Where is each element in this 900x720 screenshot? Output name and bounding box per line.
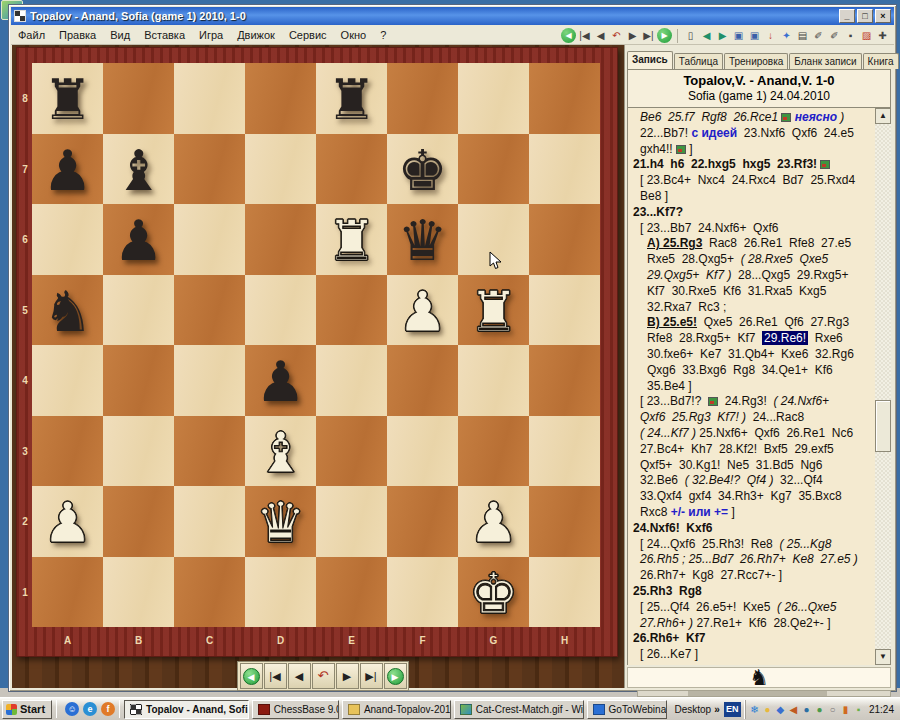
- move-text[interactable]: [ 23.Bc4+ Nxc4 24.Rxc4 Bd7 25.Rxd4: [640, 173, 855, 187]
- notation-line[interactable]: Rxe5 28.Qxg5+ ( 28.Rxe5 Qxe5: [633, 252, 873, 268]
- scroll-down-icon[interactable]: ▼: [875, 649, 891, 665]
- move-text[interactable]: [ 24...Qxf6 25.Rh3! Re8: [640, 537, 779, 551]
- piece-bb-b7[interactable]: ♝: [103, 134, 174, 205]
- toolbar-separator: [677, 29, 678, 43]
- move-text[interactable]: [ 23...Bb7 24.Nxf6+ Qxf6: [640, 221, 778, 235]
- notation-line[interactable]: A) 25.Rg3 Rac8 26.Re1 Rfe8 27.e5: [633, 236, 873, 252]
- piece-wp-a2[interactable]: ♟: [32, 486, 103, 557]
- notation-line[interactable]: 24.Nxf6! Kxf6: [633, 521, 873, 537]
- move-navigation-strip: ◀|◀◀↶▶▶|▶: [237, 661, 409, 691]
- square-h4[interactable]: [529, 345, 600, 416]
- game-header: Topalov,V. - Anand,V. 1-0 Sofia (game 1)…: [627, 69, 891, 108]
- square-g8[interactable]: [458, 63, 529, 134]
- move-text[interactable]: Rxc8: [640, 505, 671, 519]
- notation-line[interactable]: Be6 25.f7 Rgf8 26.Rce1 неясно ): [633, 110, 873, 126]
- rank-label-2: 2: [19, 516, 31, 527]
- browser-tray-icon[interactable]: ●: [814, 704, 825, 715]
- prev-game-icon: ◀: [243, 668, 260, 685]
- square-e1[interactable]: [316, 557, 387, 628]
- notation-line[interactable]: 26.Rh7+ Kg8 27.Rcc7+- ]: [633, 568, 873, 584]
- move-text[interactable]: ( 26...Qxe5: [777, 600, 836, 614]
- piece-bq-f6[interactable]: ♛: [387, 204, 458, 275]
- square-a1[interactable]: [32, 557, 103, 628]
- tab-Бланк записи[interactable]: Бланк записи: [789, 53, 861, 69]
- board-image-icon[interactable]: ▨: [859, 28, 874, 44]
- square-d1[interactable]: [245, 557, 316, 628]
- menu-?[interactable]: ?: [373, 27, 393, 43]
- square-b2[interactable]: [103, 486, 174, 557]
- next-game-button[interactable]: ▶: [384, 663, 407, 689]
- menu-Правка[interactable]: Правка: [52, 27, 103, 43]
- knight-logo-icon: ♞: [749, 665, 769, 690]
- rank-label-4: 4: [19, 375, 31, 386]
- square-h2[interactable]: [529, 486, 600, 557]
- notation-line[interactable]: 26.Rh6+ Kf7: [633, 631, 873, 647]
- square-c2[interactable]: [174, 486, 245, 557]
- move-text[interactable]: A) 25.Rg3: [647, 236, 702, 250]
- task-buttons: Topalov - Anand, Sofi...ChessBase 9.0Ana…: [124, 700, 670, 719]
- menu-items: ФайлПравкаВидВставкаИграДвижокСервисОкно…: [11, 27, 393, 43]
- move-text[interactable]: 27.Re1+ Kf6 28.Qe2+- ]: [693, 616, 830, 630]
- move-text[interactable]: ]: [686, 142, 693, 156]
- vertical-scrollbar[interactable]: ▲ ▼: [875, 108, 891, 665]
- square-e3[interactable]: [316, 416, 387, 487]
- square-b5[interactable]: [103, 275, 174, 346]
- windows-flag-icon: [6, 704, 17, 715]
- piece-bp-b6[interactable]: ♟: [103, 204, 174, 275]
- notation-line[interactable]: 30.fxe6+ Ke7 31.Qb4+ Kxe6 32.Rg6: [633, 347, 873, 363]
- notation-line[interactable]: ( 24...Kf7 ) 25.Nxf6+ Qxf6 26.Re1 Nc6: [633, 426, 873, 442]
- notation-line[interactable]: 22...Bb7! с идеей 23.Nxf6 Qxf6 24.e5: [633, 126, 873, 142]
- square-g7[interactable]: [458, 134, 529, 205]
- move-text[interactable]: 22...Bb7!: [640, 126, 691, 140]
- square-a4[interactable]: [32, 345, 103, 416]
- piece-bn-a5[interactable]: ♞: [32, 275, 103, 346]
- back-icon[interactable]: ◀: [593, 28, 608, 44]
- move-text[interactable]: 24.Nxf6! Kxf6: [633, 521, 712, 535]
- takeback-button[interactable]: ↶: [312, 663, 335, 689]
- move-text[interactable]: 24.Rg3!: [718, 394, 773, 408]
- players-result: Topalov,V. - Anand,V. 1-0: [628, 73, 890, 88]
- menu-Файл[interactable]: Файл: [11, 27, 52, 43]
- square-d8[interactable]: [245, 63, 316, 134]
- notation-line[interactable]: 35.Be4 ]: [633, 379, 873, 395]
- move-text[interactable]: 28...Qxg5 29.Rxg5+: [731, 268, 848, 282]
- move-text[interactable]: Rfe8 28.Rxg5+ Kf7: [647, 331, 762, 345]
- forward-arrow-icon[interactable]: ▶: [715, 28, 730, 44]
- move-text[interactable]: 25.Rh3 Rg8: [633, 584, 702, 598]
- file-label-A: A: [32, 635, 103, 646]
- notation-line[interactable]: 23...Kf7?: [633, 205, 873, 221]
- notation-line[interactable]: [ 23.Bc4+ Nxc4 24.Rxc4 Bd7 25.Rxd4: [633, 173, 873, 189]
- highlighted-move[interactable]: 29.Re6!: [762, 331, 808, 345]
- move-text[interactable]: 29.Qxg5+ Kf7 ): [647, 268, 731, 282]
- piece-br-e8[interactable]: ♜: [316, 63, 387, 134]
- move-text[interactable]: 24...Rac8: [746, 410, 804, 424]
- prev-game-icon[interactable]: ◀: [561, 28, 576, 43]
- start-label: Start: [20, 703, 45, 715]
- move-text[interactable]: [ 26...Ke7 ]: [640, 647, 698, 661]
- move-text[interactable]: B) 25.e5!: [647, 315, 697, 329]
- notation-line[interactable]: Qxg6 33.Bxg6 Rg8 34.Qe1+ Kf6: [633, 363, 873, 379]
- file-label-H: H: [529, 635, 600, 646]
- square-e2[interactable]: [316, 486, 387, 557]
- first-move-icon[interactable]: |◀: [577, 28, 592, 44]
- save-as-icon[interactable]: ▣: [747, 28, 762, 44]
- notation-line[interactable]: 27.Bc4+ Kh7 28.Kf2! Bxf5 29.exf5: [633, 442, 873, 458]
- square-b1[interactable]: [103, 557, 174, 628]
- takeback-icon[interactable]: ↶: [609, 28, 624, 44]
- system-tray: ❄●◆◀●●○▮▪: [745, 700, 867, 719]
- tab-Книга[interactable]: Книга: [863, 53, 899, 69]
- notation-line[interactable]: 27.Rh6+ ) 27.Re1+ Kf6 28.Qe2+- ]: [633, 616, 873, 632]
- forward-icon[interactable]: ▶: [625, 28, 640, 44]
- chevron-icon[interactable]: »: [714, 704, 720, 715]
- square-h6[interactable]: [529, 204, 600, 275]
- toolbar: ◀|◀◀↶▶▶|▶▯◀▶▣▣↓✦▤✐✐▪▨✚: [561, 26, 890, 45]
- menu-Окно[interactable]: Окно: [334, 27, 374, 43]
- piece-wk-g1[interactable]: ♚: [458, 557, 529, 628]
- pencil-icon[interactable]: ✐: [811, 28, 826, 44]
- panel-tabs: ЗаписьТаблицаТренировкаБланк записиКнига…: [627, 51, 891, 69]
- move-text[interactable]: gxh4!!: [640, 142, 676, 156]
- square-b8[interactable]: [103, 63, 174, 134]
- camera-icon[interactable]: ▪: [843, 28, 858, 44]
- move-text[interactable]: 30.fxe6+ Ke7 31.Qb4+ Kxe6 32.Rg6: [647, 347, 854, 361]
- move-text[interactable]: 26.Rh5 ; 25...Bd7 26.Rh7+ Ke8 27.e5 ): [640, 552, 858, 566]
- notation-line[interactable]: 29.Qxg5+ Kf7 ) 28...Qxg5 29.Rxg5+: [633, 268, 873, 284]
- menu-Вставка[interactable]: Вставка: [137, 27, 192, 43]
- board-frame: ♜♜♟♝♚♟♜♛♞♟♜♟♝♟♛♟♚ 87654321 ABCDEFGH: [16, 47, 618, 657]
- rank-label-7: 7: [19, 164, 31, 175]
- move-text[interactable]: Qxf6 25.Rg3 Kf7! ): [640, 410, 746, 424]
- square-f8[interactable]: [387, 63, 458, 134]
- network-tray-icon[interactable]: ◆: [775, 704, 786, 715]
- desktop-label: Desktop: [674, 704, 711, 715]
- move-text[interactable]: [ 25...Qf4 26.e5+! Kxe5: [640, 600, 777, 614]
- notation-line[interactable]: [ 26...Ke7 ]: [633, 647, 873, 663]
- move-text[interactable]: Rac8 26.Re1 Rfe8 27.e5: [702, 236, 851, 250]
- square-h1[interactable]: [529, 557, 600, 628]
- notation-line[interactable]: 25.Rh3 Rg8: [633, 584, 873, 600]
- square-c5[interactable]: [174, 275, 245, 346]
- window-title: Topalov - Anand, Sofia (game 1) 2010, 1-…: [30, 10, 837, 22]
- task-label: Cat-Crest-Match.gif - Wi...: [476, 704, 584, 715]
- snowflake-tray-icon[interactable]: ❄: [749, 704, 760, 715]
- menu-Вид[interactable]: Вид: [103, 27, 137, 43]
- move-text[interactable]: ( 25...Kg8: [779, 537, 831, 551]
- add-plus-icon[interactable]: ✚: [875, 28, 890, 44]
- horizontal-scrollbar[interactable]: [637, 690, 891, 697]
- square-d5[interactable]: [245, 275, 316, 346]
- firefox-icon[interactable]: f: [101, 702, 115, 716]
- messenger-icon[interactable]: ☺: [65, 702, 79, 716]
- scrollbar-thumb[interactable]: [875, 400, 891, 452]
- square-h3[interactable]: [529, 416, 600, 487]
- update-tray-icon[interactable]: ▪: [853, 704, 864, 715]
- menu-Движок[interactable]: Движок: [230, 27, 282, 43]
- notation-text[interactable]: Be6 25.f7 Rgf8 26.Rce1 неясно )22...Bb7!…: [627, 108, 875, 665]
- notation-line[interactable]: B) 25.e5! Qxe5 26.Re1 Qf6 27.Rg3: [633, 315, 873, 331]
- square-c4[interactable]: [174, 345, 245, 416]
- properties-icon[interactable]: ▤: [795, 28, 810, 44]
- piece-wp-g2[interactable]: ♟: [458, 486, 529, 557]
- notation-line[interactable]: Rxc8 +/- или += ]: [633, 505, 873, 521]
- square-b4[interactable]: [103, 345, 174, 416]
- first-move-button[interactable]: |◀: [264, 663, 287, 689]
- notation-line[interactable]: gxh4!! ]: [633, 142, 873, 158]
- forward-button[interactable]: ▶: [336, 663, 359, 689]
- file-label-D: D: [245, 635, 316, 646]
- square-c3[interactable]: [174, 416, 245, 487]
- next-game-icon[interactable]: ▶: [657, 28, 672, 43]
- move-text[interactable]: +/- или +=: [671, 505, 728, 519]
- move-text[interactable]: 35.Be4 ]: [647, 379, 692, 393]
- move-text[interactable]: Rxe6: [808, 331, 843, 345]
- notation-line[interactable]: [ 24...Qxf6 25.Rh3! Re8 ( 25...Kg8: [633, 537, 873, 553]
- minimize-button[interactable]: _: [839, 9, 855, 23]
- square-d7[interactable]: [245, 134, 316, 205]
- file-label-E: E: [316, 635, 387, 646]
- move-text[interactable]: 27.Rh6+ ): [640, 616, 693, 630]
- engine-icon[interactable]: ✦: [779, 28, 794, 44]
- start-button[interactable]: Start: [2, 700, 52, 719]
- language-indicator[interactable]: EN: [724, 702, 741, 717]
- move-text[interactable]: 32.Be6: [640, 473, 685, 487]
- notation-line[interactable]: [ 23...Bd7!? 24.Rg3! ( 24.Nxf6+: [633, 394, 873, 410]
- piece-wb-d3[interactable]: ♝: [245, 416, 316, 487]
- square-g3[interactable]: [458, 416, 529, 487]
- move-text[interactable]: 26.Rh7+ Kg8 27.Rcc7+- ]: [640, 568, 782, 582]
- back-button[interactable]: ◀: [288, 663, 311, 689]
- tab-Тренировка[interactable]: Тренировка: [724, 53, 788, 69]
- move-text[interactable]: Kf7 30.Rxe5 Kf6 31.Rxa5 Kxg5: [647, 284, 826, 298]
- move-text[interactable]: 21.h4 h6 22.hxg5 hxg5 23.Rf3!: [633, 157, 820, 171]
- maximize-button[interactable]: □: [857, 9, 873, 23]
- quick-launch: ☺ef: [61, 702, 115, 716]
- taskbar: Start ☺ef Topalov - Anand, Sofi...ChessB…: [0, 697, 900, 720]
- move-text[interactable]: 25.Nxf6+ Qxf6 26.Re1 Nc6: [696, 426, 853, 440]
- square-e7[interactable]: [316, 134, 387, 205]
- tab-Таблица[interactable]: Таблица: [674, 53, 723, 69]
- add-moves-icon[interactable]: ↓: [763, 28, 778, 44]
- piece-wq-d2[interactable]: ♛: [245, 486, 316, 557]
- chessbase-window: Topalov - Anand, Sofia (game 1) 2010, 1-…: [8, 4, 897, 692]
- back-arrow-icon[interactable]: ◀: [699, 28, 714, 44]
- diagram-marker-icon: [820, 160, 830, 169]
- notation-panel: ЗаписьТаблицаТренировкаБланк записиКнига…: [624, 45, 893, 688]
- scroll-up-icon[interactable]: ▲: [875, 108, 891, 124]
- prev-game-button[interactable]: ◀: [240, 663, 263, 689]
- rank-label-5: 5: [19, 305, 31, 316]
- task-label: Anand-Topalov-2010: [364, 704, 451, 715]
- file-label-B: B: [103, 635, 174, 646]
- move-text[interactable]: Qxe5 26.Re1 Qf6 27.Rg3: [697, 315, 849, 329]
- notation-line[interactable]: 32.Be6 ( 32.Be4!? Qf4 ) 32...Qf4: [633, 473, 873, 489]
- square-f3[interactable]: [387, 416, 458, 487]
- square-e4[interactable]: [316, 345, 387, 416]
- task-label: Topalov - Anand, Sofi...: [146, 704, 249, 715]
- file-label-C: C: [174, 635, 245, 646]
- taskbar-button-image[interactable]: Cat-Crest-Match.gif - Wi...: [454, 700, 584, 719]
- move-text[interactable]: Qxf5+ 30.Kg1! Ne5 31.Bd5 Ng6: [640, 458, 822, 472]
- board-panel: ♜♜♟♝♚♟♜♛♞♟♜♟♝♟♛♟♚ 87654321 ABCDEFGH ◀|◀◀…: [12, 45, 624, 688]
- history-tray-icon[interactable]: ○: [827, 704, 838, 715]
- event-date: Sofia (game 1) 24.04.2010: [628, 89, 890, 103]
- square-c6[interactable]: [174, 204, 245, 275]
- square-f2[interactable]: [387, 486, 458, 557]
- move-text[interactable]: 33.Qxf4 gxf4 34.Rh3+ Kg7 35.Bxc8: [640, 489, 842, 503]
- notation-line[interactable]: 26.Rh5 ; 25...Bd7 26.Rh7+ Ke8 27.e5 ): [633, 552, 873, 568]
- taskbar-button-webinar[interactable]: GoToWebinar: [587, 700, 668, 719]
- move-text[interactable]: ( 24...Kf7 ): [640, 426, 696, 440]
- square-c8[interactable]: [174, 63, 245, 134]
- task-label: ChessBase 9.0: [274, 704, 339, 715]
- taskbar-button-chess[interactable]: Topalov - Anand, Sofi...: [124, 700, 249, 719]
- chess-icon: [130, 704, 142, 715]
- move-text[interactable]: 27.Bc4+ Kh7 28.Kf2! Bxf5 29.exf5: [640, 442, 834, 456]
- tab-Запись[interactable]: Запись: [627, 51, 673, 69]
- piece-br-a8[interactable]: ♜: [32, 63, 103, 134]
- piece-wr-g5[interactable]: ♜: [458, 275, 529, 346]
- square-a3[interactable]: [32, 416, 103, 487]
- move-text[interactable]: 23...Kf7?: [633, 205, 683, 219]
- rank-label-1: 1: [19, 587, 31, 598]
- chess-board[interactable]: ♜♜♟♝♚♟♜♛♞♟♜♟♝♟♛♟♚: [32, 63, 600, 627]
- webinar-icon: [593, 704, 605, 715]
- square-f4[interactable]: [387, 345, 458, 416]
- internet-explorer-icon[interactable]: e: [83, 702, 97, 716]
- move-text[interactable]: ( 32.Be4!? Qf4 ): [685, 473, 774, 487]
- square-c1[interactable]: [174, 557, 245, 628]
- square-a6[interactable]: [32, 204, 103, 275]
- globe-tray-icon[interactable]: ●: [801, 704, 812, 715]
- taskbar-button-folder[interactable]: Anand-Topalov-2010: [342, 700, 451, 719]
- notation-line[interactable]: 33.Qxf4 gxf4 34.Rh3+ Kg7 35.Bxc8: [633, 489, 873, 505]
- square-e5[interactable]: [316, 275, 387, 346]
- notation-line[interactable]: [ 25...Qf4 26.e5+! Kxe5 ( 26...Qxe5: [633, 600, 873, 616]
- notation-line[interactable]: Qxf5+ 30.Kg1! Ne5 31.Bd5 Ng6: [633, 458, 873, 474]
- move-text[interactable]: неясно: [795, 110, 837, 124]
- piece-bk-f7[interactable]: ♚: [387, 134, 458, 205]
- image-icon: [460, 704, 472, 715]
- engine-strip: ♞: [627, 667, 891, 688]
- rank-label-6: 6: [19, 234, 31, 245]
- app-icon: [14, 10, 26, 22]
- piece-bp-a7[interactable]: ♟: [32, 134, 103, 205]
- file-label-F: F: [387, 635, 458, 646]
- move-text[interactable]: [ 23...Bd7!?: [640, 394, 708, 408]
- notation-line[interactable]: 21.h4 h6 22.hxg5 hxg5 23.Rf3!: [633, 157, 873, 173]
- move-text[interactable]: ): [837, 110, 844, 124]
- taskbar-clock: 21:24: [867, 704, 900, 715]
- rank-label-3: 3: [19, 446, 31, 457]
- move-text[interactable]: ( 28.Rxe5 Qxe5: [741, 252, 828, 266]
- square-g4[interactable]: [458, 345, 529, 416]
- square-h8[interactable]: [529, 63, 600, 134]
- piece-bp-d4[interactable]: ♟: [245, 345, 316, 416]
- shield-tray-icon[interactable]: ●: [762, 704, 773, 715]
- square-b3[interactable]: [103, 416, 174, 487]
- h-scrollbar-thumb[interactable]: [688, 691, 827, 696]
- move-text[interactable]: Qxg6 33.Bxg6 Rg8 34.Qe1+ Kf6: [647, 363, 833, 377]
- close-button[interactable]: ×: [875, 9, 891, 23]
- move-text[interactable]: Rxe5 28.Qxg5+: [647, 252, 741, 266]
- move-text[interactable]: ]: [728, 505, 735, 519]
- folder-icon: [348, 704, 360, 715]
- menubar: ФайлПравкаВидВставкаИграДвижокСервисОкно…: [11, 26, 894, 45]
- notation-line[interactable]: [ 23...Bb7 24.Nxf6+ Qxf6: [633, 221, 873, 237]
- notation-line[interactable]: Rfe8 28.Rxg5+ Kf7 29.Re6! Rxe6: [633, 331, 873, 347]
- save-icon[interactable]: ▣: [731, 28, 746, 44]
- square-h5[interactable]: [529, 275, 600, 346]
- square-c7[interactable]: [174, 134, 245, 205]
- move-text[interactable]: ( 24.Nxf6+: [773, 394, 829, 408]
- last-move-icon[interactable]: ▶|: [641, 28, 656, 44]
- pencil-double-icon[interactable]: ✐: [827, 28, 842, 44]
- screen: Topalov - Anand, Sofia (game 1) 2010, 1-…: [0, 0, 900, 720]
- next-game-icon: ▶: [387, 668, 404, 685]
- new-document-icon[interactable]: ▯: [683, 28, 698, 44]
- file-label-G: G: [458, 635, 529, 646]
- notation-line[interactable]: 32.Rxa7 Rc3 ;: [633, 300, 873, 316]
- square-f1[interactable]: [387, 557, 458, 628]
- move-text[interactable]: Be6 25.f7 Rgf8 26.Rce1: [640, 110, 781, 124]
- speaker-tray-icon[interactable]: ◀: [788, 704, 799, 715]
- move-text[interactable]: с идеей: [691, 126, 737, 140]
- notation-line[interactable]: Be8 ]: [633, 189, 873, 205]
- takeback-icon: ↶: [318, 664, 329, 688]
- piece-wr-e6[interactable]: ♜: [316, 204, 387, 275]
- book-tray-icon[interactable]: ▮: [840, 704, 851, 715]
- task-label: GoToWebinar: [609, 704, 668, 715]
- move-text[interactable]: 23.Nxf6 Qxf6 24.e5: [737, 126, 854, 140]
- titlebar[interactable]: Topalov - Anand, Sofia (game 1) 2010, 1-…: [11, 7, 894, 25]
- diagram-marker-icon: [708, 397, 718, 406]
- menu-Сервис[interactable]: Сервис: [282, 27, 334, 43]
- square-h7[interactable]: [529, 134, 600, 205]
- notation-line[interactable]: Kf7 30.Rxe5 Kf6 31.Rxa5 Kxg5: [633, 284, 873, 300]
- move-text[interactable]: Be8 ]: [640, 189, 668, 203]
- move-text[interactable]: 32...Qf4: [773, 473, 822, 487]
- diagram-marker-icon: [676, 145, 686, 154]
- last-move-button[interactable]: ▶|: [360, 663, 383, 689]
- mouse-cursor: [489, 251, 503, 271]
- square-d6[interactable]: [245, 204, 316, 275]
- taskbar-button-chessbase[interactable]: ChessBase 9.0: [252, 700, 339, 719]
- move-text[interactable]: 32.Rxa7 Rc3 ;: [647, 300, 726, 314]
- menu-Игра[interactable]: Игра: [192, 27, 230, 43]
- chessbase-icon: [258, 704, 270, 715]
- desktop-toolbar[interactable]: Desktop »: [674, 704, 719, 715]
- rank-label-8: 8: [19, 93, 31, 104]
- move-text[interactable]: 26.Rh6+ Kf7: [633, 631, 705, 645]
- notation-line[interactable]: Qxf6 25.Rg3 Kf7! ) 24...Rac8: [633, 410, 873, 426]
- piece-wp-f5[interactable]: ♟: [387, 275, 458, 346]
- diagram-marker-icon: [781, 113, 791, 122]
